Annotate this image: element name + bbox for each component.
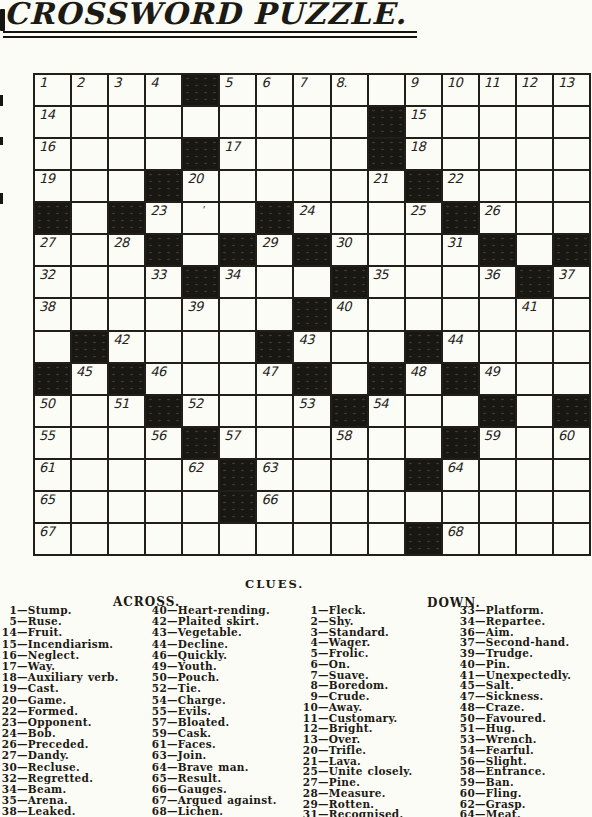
- white-cell[interactable]: 29: [257, 235, 292, 265]
- clue-number: 60: [452, 788, 475, 799]
- clue-text: —Repartee.: [475, 616, 545, 627]
- white-cell[interactable]: [517, 139, 552, 169]
- white-cell[interactable]: [517, 524, 552, 554]
- cell-number: 33: [150, 267, 166, 283]
- white-cell[interactable]: [109, 139, 144, 169]
- white-cell[interactable]: [517, 203, 552, 233]
- cell-number: 14: [39, 107, 55, 123]
- white-cell[interactable]: [480, 299, 515, 329]
- clue-text: —Lichen.: [167, 806, 223, 817]
- cell-number: 61: [39, 460, 55, 476]
- black-cell: [294, 235, 329, 265]
- white-cell[interactable]: [554, 299, 589, 329]
- white-cell[interactable]: [332, 203, 367, 233]
- white-cell[interactable]: [406, 299, 441, 329]
- white-cell[interactable]: [554, 107, 589, 137]
- white-cell[interactable]: 21: [369, 171, 404, 201]
- black-cell: [406, 171, 441, 201]
- cell-number: 54: [373, 396, 389, 412]
- clue-text: —Pin.: [475, 659, 510, 670]
- white-cell[interactable]: 10: [443, 75, 478, 105]
- cell-number: 50: [39, 396, 55, 412]
- black-cell: [294, 364, 329, 394]
- white-cell[interactable]: [554, 364, 589, 394]
- white-cell[interactable]: 23: [146, 203, 181, 233]
- cell-number: 62: [187, 460, 203, 476]
- white-cell[interactable]: 48: [406, 364, 441, 394]
- white-cell[interactable]: [332, 332, 367, 362]
- clue-item: 43—Vegetable.: [150, 627, 308, 638]
- white-cell[interactable]: 17: [220, 139, 255, 169]
- white-cell[interactable]: [517, 492, 552, 522]
- stray-ink-mark: ’: [203, 205, 206, 216]
- cell-number: 49: [484, 364, 500, 380]
- cell-number: 47: [261, 364, 277, 380]
- white-cell[interactable]: [257, 428, 292, 458]
- white-cell[interactable]: 43: [294, 332, 329, 362]
- white-cell[interactable]: 7: [294, 75, 329, 105]
- white-cell[interactable]: 32: [35, 267, 70, 297]
- white-cell[interactable]: [109, 171, 144, 201]
- white-cell[interactable]: 8.: [332, 75, 367, 105]
- clue-number: 68: [150, 806, 167, 817]
- black-cell: [332, 267, 367, 297]
- white-cell[interactable]: [369, 332, 404, 362]
- white-cell[interactable]: [109, 299, 144, 329]
- white-cell[interactable]: [517, 364, 552, 394]
- white-cell[interactable]: 40: [332, 299, 367, 329]
- clue-text: —Fruit.: [17, 627, 63, 638]
- white-cell[interactable]: [220, 364, 255, 394]
- white-cell[interactable]: [480, 460, 515, 490]
- white-cell[interactable]: 24: [294, 203, 329, 233]
- down-clues-col1: 1—Fleck.2—Shy.3—Standard.4—Wager.5—Froli…: [300, 605, 450, 817]
- clue-text: —On.: [318, 659, 350, 670]
- cell-number: 7: [298, 75, 306, 91]
- black-cell: [220, 235, 255, 265]
- clue-item: 2—Shy.: [300, 616, 450, 627]
- white-cell[interactable]: [369, 299, 404, 329]
- white-cell[interactable]: [72, 299, 107, 329]
- clue-item: 31—Recognised.: [300, 809, 450, 817]
- white-cell[interactable]: 49: [480, 364, 515, 394]
- white-cell[interactable]: [294, 524, 329, 554]
- white-cell[interactable]: [146, 460, 181, 490]
- white-cell[interactable]: 59: [480, 428, 515, 458]
- white-cell[interactable]: [257, 107, 292, 137]
- clue-item: 27—Dandy.: [0, 750, 150, 761]
- white-cell[interactable]: [220, 107, 255, 137]
- black-cell: [443, 203, 478, 233]
- clue-item: 14—Fruit.: [0, 627, 150, 638]
- white-cell[interactable]: [220, 396, 255, 426]
- black-cell: [35, 203, 70, 233]
- cell-number: 2: [76, 75, 84, 91]
- cell-number: 68: [447, 524, 463, 540]
- clues-header: CLUES.: [245, 577, 304, 591]
- white-cell[interactable]: 30: [332, 235, 367, 265]
- white-cell[interactable]: [369, 460, 404, 490]
- white-cell[interactable]: 20: [183, 171, 218, 201]
- white-cell[interactable]: 13: [554, 75, 589, 105]
- white-cell[interactable]: [517, 171, 552, 201]
- white-cell[interactable]: [443, 299, 478, 329]
- clue-number: 63: [150, 750, 167, 761]
- white-cell[interactable]: [554, 460, 589, 490]
- white-cell[interactable]: 1: [35, 75, 70, 105]
- white-cell[interactable]: [72, 267, 107, 297]
- clue-item: 60—Fling.: [452, 788, 592, 799]
- white-cell[interactable]: 18: [406, 139, 441, 169]
- clue-item: 48—Craze.: [452, 702, 592, 713]
- clue-number: 40: [452, 659, 475, 670]
- white-cell[interactable]: [146, 139, 181, 169]
- white-cell[interactable]: [294, 107, 329, 137]
- white-cell[interactable]: [480, 332, 515, 362]
- white-cell[interactable]: [294, 492, 329, 522]
- clue-text: —Dandy.: [17, 750, 69, 761]
- white-cell[interactable]: [480, 492, 515, 522]
- black-cell: [554, 235, 589, 265]
- white-cell[interactable]: [72, 396, 107, 426]
- clue-number: 48: [452, 702, 475, 713]
- white-cell[interactable]: [294, 460, 329, 490]
- cell-number: 43: [298, 332, 314, 348]
- white-cell[interactable]: 51: [109, 396, 144, 426]
- page-title: CROSSWORD PUZZLE.: [3, 0, 417, 38]
- white-cell[interactable]: [554, 492, 589, 522]
- white-cell[interactable]: [146, 332, 181, 362]
- white-cell[interactable]: [257, 139, 292, 169]
- white-cell[interactable]: 67: [35, 524, 70, 554]
- white-cell[interactable]: 45: [72, 364, 107, 394]
- white-cell[interactable]: 66: [257, 492, 292, 522]
- cell-number: 56: [150, 428, 166, 444]
- white-cell[interactable]: 3: [109, 75, 144, 105]
- white-cell[interactable]: [109, 428, 144, 458]
- white-cell[interactable]: [480, 107, 515, 137]
- white-cell[interactable]: [517, 428, 552, 458]
- clue-item: 19—Cast.: [0, 683, 150, 694]
- white-cell[interactable]: [183, 524, 218, 554]
- cell-number: 41: [521, 299, 537, 315]
- clue-number: 19: [0, 683, 17, 694]
- white-cell[interactable]: 36: [480, 267, 515, 297]
- clue-item: 52—Tie.: [150, 683, 308, 694]
- white-cell[interactable]: [480, 139, 515, 169]
- white-cell[interactable]: [406, 267, 441, 297]
- white-cell[interactable]: 37: [554, 267, 589, 297]
- white-cell[interactable]: [72, 524, 107, 554]
- white-cell[interactable]: 52: [183, 396, 218, 426]
- black-cell: [183, 267, 218, 297]
- white-cell[interactable]: [554, 139, 589, 169]
- black-cell: [183, 139, 218, 169]
- clue-text: —Shy.: [318, 616, 354, 627]
- white-cell[interactable]: 14: [35, 107, 70, 137]
- white-cell[interactable]: [517, 107, 552, 137]
- white-cell[interactable]: [72, 492, 107, 522]
- white-cell[interactable]: [406, 492, 441, 522]
- white-cell[interactable]: [517, 235, 552, 265]
- white-cell[interactable]: [257, 171, 292, 201]
- white-cell[interactable]: [109, 524, 144, 554]
- white-cell[interactable]: [554, 524, 589, 554]
- white-cell[interactable]: [294, 267, 329, 297]
- cell-number: 45: [76, 364, 92, 380]
- white-cell[interactable]: 5: [220, 75, 255, 105]
- black-cell: [332, 396, 367, 426]
- white-cell[interactable]: [72, 203, 107, 233]
- cell-number: 26: [484, 203, 500, 219]
- white-cell[interactable]: 65: [35, 492, 70, 522]
- black-cell: [146, 235, 181, 265]
- clue-number: 20: [300, 745, 318, 756]
- white-cell[interactable]: [480, 171, 515, 201]
- cell-number: 30: [336, 235, 352, 251]
- black-cell: [146, 171, 181, 201]
- cell-number: 21: [373, 171, 389, 187]
- white-cell[interactable]: 6: [257, 75, 292, 105]
- white-cell[interactable]: [406, 235, 441, 265]
- white-cell[interactable]: ’: [183, 203, 218, 233]
- white-cell[interactable]: 61: [35, 460, 70, 490]
- white-cell[interactable]: 4: [146, 75, 181, 105]
- white-cell[interactable]: [517, 396, 552, 426]
- crossword-grid: 12345678.91011121314151617181920212223’2…: [33, 73, 591, 556]
- white-cell[interactable]: 60: [554, 428, 589, 458]
- black-cell: [369, 364, 404, 394]
- clue-text: —Recognised.: [318, 809, 403, 817]
- white-cell[interactable]: [146, 524, 181, 554]
- white-cell[interactable]: [72, 107, 107, 137]
- white-cell[interactable]: 2: [72, 75, 107, 105]
- black-cell: [257, 332, 292, 362]
- white-cell[interactable]: [294, 139, 329, 169]
- white-cell[interactable]: 56: [146, 428, 181, 458]
- white-cell[interactable]: [220, 203, 255, 233]
- across-clues-col2: 40—Heart-rending.42—Plaited skirt.43—Veg…: [150, 605, 308, 817]
- cell-number: 15: [410, 107, 426, 123]
- white-cell[interactable]: [554, 203, 589, 233]
- black-cell: [146, 396, 181, 426]
- clue-item: 54—Fearful.: [452, 745, 592, 756]
- clue-text: —Craze.: [475, 702, 525, 713]
- white-cell[interactable]: 25: [406, 203, 441, 233]
- white-cell[interactable]: [35, 332, 70, 362]
- white-cell[interactable]: [183, 492, 218, 522]
- white-cell[interactable]: [369, 75, 404, 105]
- clue-number: 28: [300, 788, 318, 799]
- white-cell[interactable]: [332, 492, 367, 522]
- white-cell[interactable]: 62: [183, 460, 218, 490]
- white-cell[interactable]: [257, 299, 292, 329]
- white-cell[interactable]: 19: [35, 171, 70, 201]
- white-cell[interactable]: [332, 139, 367, 169]
- cell-number: 12: [521, 75, 537, 91]
- black-cell: [220, 460, 255, 490]
- clue-text: —Meat.: [475, 809, 521, 817]
- white-cell[interactable]: [146, 492, 181, 522]
- cell-number: 11: [484, 75, 500, 91]
- white-cell[interactable]: [257, 267, 292, 297]
- black-cell: [220, 492, 255, 522]
- ink-smudge: [0, 95, 3, 235]
- white-cell[interactable]: [183, 364, 218, 394]
- white-cell[interactable]: [369, 203, 404, 233]
- white-cell[interactable]: [146, 299, 181, 329]
- white-cell[interactable]: [369, 492, 404, 522]
- white-cell[interactable]: [72, 139, 107, 169]
- white-cell[interactable]: 46: [146, 364, 181, 394]
- clue-number: 54: [452, 745, 475, 756]
- cell-number: 1: [39, 75, 47, 91]
- black-cell: [406, 460, 441, 490]
- white-cell[interactable]: 26: [480, 203, 515, 233]
- white-cell[interactable]: 27: [35, 235, 70, 265]
- white-cell[interactable]: 22: [443, 171, 478, 201]
- black-cell: [72, 332, 107, 362]
- cell-number: 65: [39, 492, 55, 508]
- white-cell[interactable]: 63: [257, 460, 292, 490]
- white-cell[interactable]: [332, 460, 367, 490]
- white-cell[interactable]: 33: [146, 267, 181, 297]
- white-cell[interactable]: 41: [517, 299, 552, 329]
- cell-number: 52: [187, 396, 203, 412]
- white-cell[interactable]: 44: [443, 332, 478, 362]
- white-cell[interactable]: 47: [257, 364, 292, 394]
- white-cell[interactable]: [109, 267, 144, 297]
- white-cell[interactable]: 28: [109, 235, 144, 265]
- clue-text: —Fling.: [475, 788, 522, 799]
- white-cell[interactable]: [109, 460, 144, 490]
- cell-number: 37: [558, 267, 574, 283]
- white-cell[interactable]: 50: [35, 396, 70, 426]
- white-cell[interactable]: [406, 428, 441, 458]
- white-cell[interactable]: 15: [406, 107, 441, 137]
- white-cell[interactable]: 38: [35, 299, 70, 329]
- black-cell: [517, 267, 552, 297]
- white-cell[interactable]: [443, 107, 478, 137]
- clue-item: 64—Meat.: [452, 809, 592, 817]
- cell-number: 35: [373, 267, 389, 283]
- white-cell[interactable]: [257, 396, 292, 426]
- cell-number: 3: [113, 75, 121, 91]
- white-cell[interactable]: [109, 492, 144, 522]
- white-cell[interactable]: [72, 235, 107, 265]
- white-cell[interactable]: [480, 524, 515, 554]
- cell-number: 23: [150, 203, 166, 219]
- white-cell[interactable]: [332, 171, 367, 201]
- white-cell[interactable]: [406, 396, 441, 426]
- clue-item: 40—Pin.: [452, 659, 592, 670]
- white-cell[interactable]: 12: [517, 75, 552, 105]
- clue-item: 10—Away.: [300, 702, 450, 713]
- black-cell: [554, 396, 589, 426]
- white-cell[interactable]: [369, 235, 404, 265]
- white-cell[interactable]: 58: [332, 428, 367, 458]
- cell-number: 58: [336, 428, 352, 444]
- white-cell[interactable]: [220, 299, 255, 329]
- white-cell[interactable]: [332, 364, 367, 394]
- cell-number: 55: [39, 428, 55, 444]
- clue-text: —Charge.: [167, 695, 226, 706]
- clue-number: 64: [452, 809, 475, 817]
- white-cell[interactable]: [146, 107, 181, 137]
- white-cell[interactable]: [332, 524, 367, 554]
- white-cell[interactable]: 53: [294, 396, 329, 426]
- white-cell[interactable]: [517, 332, 552, 362]
- white-cell[interactable]: [72, 460, 107, 490]
- white-cell[interactable]: 68: [443, 524, 478, 554]
- white-cell[interactable]: [183, 107, 218, 137]
- white-cell[interactable]: 11: [480, 75, 515, 105]
- white-cell[interactable]: [443, 396, 478, 426]
- white-cell[interactable]: 9: [406, 75, 441, 105]
- white-cell[interactable]: [183, 332, 218, 362]
- black-cell: [183, 428, 218, 458]
- white-cell[interactable]: 34: [220, 267, 255, 297]
- clue-number: 43: [150, 627, 167, 638]
- cell-number: 8.: [336, 75, 347, 91]
- white-cell[interactable]: [369, 428, 404, 458]
- white-cell[interactable]: [294, 171, 329, 201]
- clue-text: —Leaked.: [17, 806, 76, 817]
- white-cell[interactable]: 42: [109, 332, 144, 362]
- white-cell[interactable]: [220, 171, 255, 201]
- white-cell[interactable]: [332, 107, 367, 137]
- white-cell[interactable]: [443, 492, 478, 522]
- clue-number: 34: [452, 616, 475, 627]
- white-cell[interactable]: 35: [369, 267, 404, 297]
- clue-item: 28—Measure.: [300, 788, 450, 799]
- cell-number: 16: [39, 139, 55, 155]
- white-cell[interactable]: [369, 524, 404, 554]
- clue-number: 20: [0, 695, 17, 706]
- white-cell[interactable]: [183, 235, 218, 265]
- clue-text: —Tie.: [167, 683, 201, 694]
- white-cell[interactable]: [72, 171, 107, 201]
- white-cell[interactable]: [109, 107, 144, 137]
- white-cell[interactable]: [220, 524, 255, 554]
- black-cell: [369, 107, 404, 137]
- clue-text: —Game.: [17, 695, 67, 706]
- cell-number: 63: [261, 460, 277, 476]
- white-cell[interactable]: 16: [35, 139, 70, 169]
- white-cell[interactable]: [443, 139, 478, 169]
- white-cell[interactable]: 57: [220, 428, 255, 458]
- white-cell[interactable]: [443, 267, 478, 297]
- white-cell[interactable]: 39: [183, 299, 218, 329]
- cell-number: 31: [447, 235, 463, 251]
- white-cell[interactable]: [257, 524, 292, 554]
- white-cell[interactable]: [517, 460, 552, 490]
- white-cell[interactable]: 31: [443, 235, 478, 265]
- white-cell[interactable]: 54: [369, 396, 404, 426]
- cell-number: 13: [558, 75, 574, 91]
- white-cell[interactable]: 64: [443, 460, 478, 490]
- black-cell: [109, 364, 144, 394]
- clue-item: 34—Repartee.: [452, 616, 592, 627]
- white-cell[interactable]: 55: [35, 428, 70, 458]
- white-cell[interactable]: [72, 428, 107, 458]
- white-cell[interactable]: [554, 171, 589, 201]
- cell-number: 59: [484, 428, 500, 444]
- white-cell[interactable]: [220, 332, 255, 362]
- white-cell[interactable]: [554, 332, 589, 362]
- white-cell[interactable]: [294, 428, 329, 458]
- across-clues-col1: 1—Stump.5—Ruse.14—Fruit.15—Incendiarism.…: [0, 605, 150, 817]
